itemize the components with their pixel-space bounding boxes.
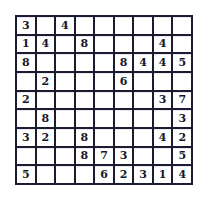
grid-cell-empty[interactable]: [134, 17, 152, 34]
grid-cell-clue[interactable]: 3: [17, 17, 35, 34]
grid-cell-clue[interactable]: 4: [56, 17, 74, 34]
grid-cell-clue[interactable]: 2: [37, 73, 55, 90]
grid-cell-clue[interactable]: 3: [154, 92, 172, 109]
grid-cell-clue[interactable]: 7: [95, 148, 113, 165]
grid-cell-empty[interactable]: [56, 129, 74, 146]
grid-cell-clue[interactable]: 5: [173, 54, 191, 71]
grid-cell-clue[interactable]: 2: [115, 166, 133, 183]
grid-cell-empty[interactable]: [76, 92, 94, 109]
grid-cell-clue[interactable]: 8: [17, 54, 35, 71]
grid-cell-clue[interactable]: 3: [134, 166, 152, 183]
grid-cell-clue[interactable]: 5: [173, 148, 191, 165]
grid-cell-clue[interactable]: 2: [37, 129, 55, 146]
grid-cell-clue[interactable]: 4: [154, 54, 172, 71]
grid-cell-clue[interactable]: 6: [115, 73, 133, 90]
grid-cell-clue[interactable]: 8: [76, 129, 94, 146]
grid-cell-empty[interactable]: [56, 92, 74, 109]
grid-cell-empty[interactable]: [134, 110, 152, 127]
grid-cell-empty[interactable]: [154, 110, 172, 127]
grid-cell-empty[interactable]: [134, 148, 152, 165]
grid-cell-empty[interactable]: [95, 17, 113, 34]
grid-cell-empty[interactable]: [115, 17, 133, 34]
grid-cell-empty[interactable]: [76, 166, 94, 183]
grid-cell-empty[interactable]: [76, 17, 94, 34]
grid-cell-clue[interactable]: 3: [115, 148, 133, 165]
grid-cell-empty[interactable]: [37, 148, 55, 165]
grid-cell-clue[interactable]: 8: [76, 36, 94, 53]
grid-cell-empty[interactable]: [56, 110, 74, 127]
grid-cell-empty[interactable]: [37, 54, 55, 71]
grid-cell-empty[interactable]: [115, 36, 133, 53]
grid-cell-clue[interactable]: 6: [95, 166, 113, 183]
grid-cell-empty[interactable]: [95, 129, 113, 146]
grid-cell-empty[interactable]: [154, 148, 172, 165]
grid-cell-empty[interactable]: [134, 92, 152, 109]
grid-cell-clue[interactable]: 5: [17, 166, 35, 183]
grid-cell-empty[interactable]: [76, 110, 94, 127]
grid-cell-empty[interactable]: [154, 73, 172, 90]
grid-cell-empty[interactable]: [134, 73, 152, 90]
grid-cell-empty[interactable]: [173, 73, 191, 90]
grid-cell-clue[interactable]: 1: [17, 36, 35, 53]
grid-cell-empty[interactable]: [134, 36, 152, 53]
grid-cell-clue[interactable]: 2: [173, 129, 191, 146]
grid-cell-empty[interactable]: [173, 17, 191, 34]
grid-cell-empty[interactable]: [154, 17, 172, 34]
grid-cell-empty[interactable]: [17, 148, 35, 165]
grid-cell-clue[interactable]: 4: [154, 129, 172, 146]
grid-cell-clue[interactable]: 3: [173, 110, 191, 127]
grid-cell-clue[interactable]: 2: [17, 92, 35, 109]
grid-cell-empty[interactable]: [95, 73, 113, 90]
grid-cell-empty[interactable]: [56, 166, 74, 183]
grid-cell-empty[interactable]: [115, 110, 133, 127]
grid-cell-empty[interactable]: [95, 110, 113, 127]
grid-cell-empty[interactable]: [17, 73, 35, 90]
grid-cell-clue[interactable]: 4: [173, 166, 191, 183]
grid-cell-empty[interactable]: [95, 92, 113, 109]
grid-cell-empty[interactable]: [173, 36, 191, 53]
grid-cell-clue[interactable]: 1: [154, 166, 172, 183]
grid-cell-empty[interactable]: [76, 54, 94, 71]
grid-cell-clue[interactable]: 7: [173, 92, 191, 109]
grid-cell-clue[interactable]: 4: [37, 36, 55, 53]
grid-cell-clue[interactable]: 3: [17, 129, 35, 146]
grid-cell-empty[interactable]: [37, 17, 55, 34]
grid-cell-empty[interactable]: [115, 129, 133, 146]
grid-cell-clue[interactable]: 8: [76, 148, 94, 165]
grid-cell-clue[interactable]: 8: [115, 54, 133, 71]
grid-cell-empty[interactable]: [95, 36, 113, 53]
grid-cell-empty[interactable]: [95, 54, 113, 71]
grid-cell-clue[interactable]: 4: [154, 36, 172, 53]
grid-cell-empty[interactable]: [37, 92, 55, 109]
grid-cell-empty[interactable]: [56, 148, 74, 165]
grid-cell-clue[interactable]: 8: [37, 110, 55, 127]
puzzle-board: 341484884452623783328428735562314: [15, 15, 193, 185]
grid-cell-empty[interactable]: [134, 129, 152, 146]
grid-cell-empty[interactable]: [37, 166, 55, 183]
grid-cell-empty[interactable]: [56, 36, 74, 53]
grid-cell-empty[interactable]: [56, 54, 74, 71]
grid-cell-empty[interactable]: [17, 110, 35, 127]
grid-cell-empty[interactable]: [76, 73, 94, 90]
grid-cell-clue[interactable]: 4: [134, 54, 152, 71]
grid-cell-empty[interactable]: [56, 73, 74, 90]
grid-cell-empty[interactable]: [115, 92, 133, 109]
